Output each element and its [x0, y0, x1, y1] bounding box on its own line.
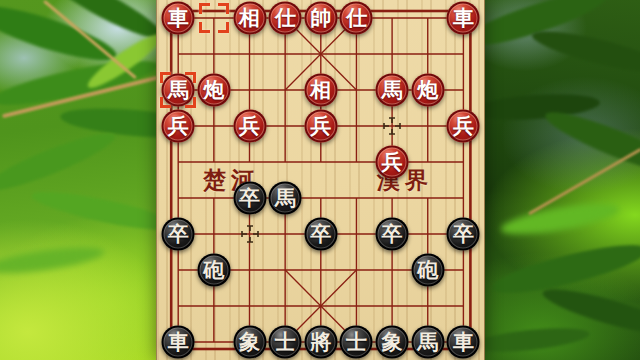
piece-glyph: 車	[453, 327, 474, 355]
piece-black-soldier[interactable]: 卒	[162, 218, 195, 251]
point-marker	[239, 223, 261, 245]
bamboo-leaf	[480, 324, 591, 356]
piece-glyph: 將	[310, 327, 331, 355]
piece-black-chariot[interactable]: 車	[162, 326, 195, 359]
piece-glyph: 砲	[417, 255, 438, 283]
piece-red-soldier[interactable]: 兵	[233, 110, 266, 143]
background-bamboo-right	[480, 0, 640, 360]
piece-glyph: 象	[239, 327, 260, 355]
piece-glyph: 馬	[417, 327, 438, 355]
piece-glyph: 象	[382, 327, 403, 355]
piece-glyph: 帥	[310, 3, 331, 31]
screenshot-root: 楚河 漢界 車相仕帥仕車馬炮相馬炮兵兵兵兵兵卒馬卒卒卒卒砲砲車象士將士象馬車	[0, 0, 640, 360]
piece-black-advisor[interactable]: 士	[340, 326, 373, 359]
piece-glyph: 相	[239, 3, 260, 31]
piece-black-chariot[interactable]: 車	[447, 326, 480, 359]
piece-red-advisor[interactable]: 仕	[340, 2, 373, 35]
piece-red-soldier[interactable]: 兵	[304, 110, 337, 143]
piece-glyph: 士	[275, 327, 296, 355]
last-move-destination-marker	[160, 72, 196, 108]
piece-glyph: 車	[453, 3, 474, 31]
piece-glyph: 卒	[382, 219, 403, 247]
piece-glyph: 兵	[168, 111, 189, 139]
piece-red-elephant[interactable]: 相	[304, 74, 337, 107]
piece-red-general[interactable]: 帥	[304, 2, 337, 35]
piece-black-soldier[interactable]: 卒	[376, 218, 409, 251]
bamboo-leaf	[0, 125, 119, 200]
piece-glyph: 卒	[453, 219, 474, 247]
piece-black-cannon[interactable]: 砲	[197, 254, 230, 287]
piece-black-elephant[interactable]: 象	[233, 326, 266, 359]
piece-glyph: 兵	[310, 111, 331, 139]
piece-glyph: 士	[346, 327, 367, 355]
piece-black-horse[interactable]: 馬	[269, 182, 302, 215]
piece-red-chariot[interactable]: 車	[447, 2, 480, 35]
piece-glyph: 相	[310, 75, 331, 103]
piece-glyph: 馬	[275, 183, 296, 211]
xiangqi-board[interactable]: 楚河 漢界 車相仕帥仕車馬炮相馬炮兵兵兵兵兵卒馬卒卒卒卒砲砲車象士將士象馬車	[156, 0, 485, 360]
piece-black-cannon[interactable]: 砲	[411, 254, 444, 287]
bamboo-leaf	[529, 23, 640, 80]
piece-glyph: 仕	[346, 3, 367, 31]
piece-red-soldier[interactable]: 兵	[376, 146, 409, 179]
piece-red-cannon[interactable]: 炮	[411, 74, 444, 107]
background-bamboo-left	[0, 0, 160, 360]
piece-red-soldier[interactable]: 兵	[447, 110, 480, 143]
piece-glyph: 炮	[203, 75, 224, 103]
bamboo-leaf	[29, 185, 160, 238]
piece-black-general[interactable]: 將	[304, 326, 337, 359]
piece-red-elephant[interactable]: 相	[233, 2, 266, 35]
point-marker	[381, 115, 403, 137]
piece-glyph: 卒	[168, 219, 189, 247]
piece-glyph: 兵	[239, 111, 260, 139]
piece-black-elephant[interactable]: 象	[376, 326, 409, 359]
piece-red-cannon[interactable]: 炮	[197, 74, 230, 107]
piece-glyph: 兵	[382, 147, 403, 175]
piece-glyph: 馬	[382, 75, 403, 103]
piece-black-soldier[interactable]: 卒	[304, 218, 337, 251]
piece-glyph: 車	[168, 327, 189, 355]
piece-black-soldier[interactable]: 卒	[233, 182, 266, 215]
piece-red-chariot[interactable]: 車	[162, 2, 195, 35]
piece-black-advisor[interactable]: 士	[269, 326, 302, 359]
last-move-origin-marker	[199, 3, 229, 33]
piece-red-horse[interactable]: 馬	[376, 74, 409, 107]
piece-glyph: 兵	[453, 111, 474, 139]
piece-glyph: 仕	[275, 3, 296, 31]
piece-glyph: 卒	[310, 219, 331, 247]
bamboo-leaf	[541, 103, 640, 183]
bamboo-leaf	[0, 242, 106, 279]
bamboo-leaf	[499, 198, 621, 241]
piece-black-horse[interactable]: 馬	[411, 326, 444, 359]
piece-glyph: 砲	[203, 255, 224, 283]
piece-glyph: 炮	[417, 75, 438, 103]
piece-glyph: 車	[168, 3, 189, 31]
piece-red-soldier[interactable]: 兵	[162, 110, 195, 143]
piece-glyph: 卒	[239, 183, 260, 211]
piece-black-soldier[interactable]: 卒	[447, 218, 480, 251]
piece-red-advisor[interactable]: 仕	[269, 2, 302, 35]
